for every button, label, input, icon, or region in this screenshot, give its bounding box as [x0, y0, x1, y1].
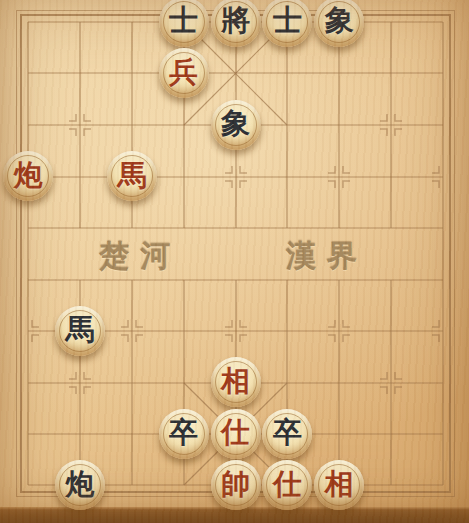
piece-glyph: 炮 [65, 470, 94, 501]
piece-black-horse[interactable]: 馬 [55, 306, 105, 356]
piece-glyph: 相 [221, 367, 250, 398]
piece-red-horse[interactable]: 馬 [107, 151, 157, 201]
piece-glyph: 卒 [169, 418, 198, 449]
piece-glyph: 士 [169, 6, 198, 37]
piece-glyph: 馬 [117, 161, 146, 192]
piece-black-soldier[interactable]: 卒 [262, 409, 312, 459]
piece-red-soldier[interactable]: 兵 [159, 48, 209, 98]
piece-glyph: 仕 [273, 470, 302, 501]
piece-black-elephant[interactable]: 象 [211, 100, 261, 150]
piece-red-advisor[interactable]: 仕 [211, 409, 261, 459]
piece-black-elephant[interactable]: 象 [314, 0, 364, 47]
piece-glyph: 仕 [221, 418, 250, 449]
piece-glyph: 帥 [221, 470, 250, 501]
piece-red-elephant[interactable]: 相 [211, 357, 261, 407]
piece-glyph: 炮 [13, 161, 42, 192]
piece-black-cannon[interactable]: 炮 [55, 460, 105, 510]
piece-glyph: 卒 [273, 418, 302, 449]
xiangqi-app: 楚河 漢界 士將士象兵象炮馬馬相卒仕卒炮帥仕相 [0, 0, 469, 523]
piece-glyph: 馬 [65, 315, 94, 346]
piece-glyph: 相 [325, 470, 354, 501]
pieces-layer: 士將士象兵象炮馬馬相卒仕卒炮帥仕相 [2, 0, 469, 511]
piece-glyph: 象 [221, 109, 250, 140]
piece-glyph: 將 [221, 6, 250, 37]
piece-red-advisor[interactable]: 仕 [262, 460, 312, 510]
piece-black-advisor[interactable]: 士 [159, 0, 209, 47]
piece-glyph: 士 [273, 6, 302, 37]
piece-red-cannon[interactable]: 炮 [3, 151, 53, 201]
piece-red-general[interactable]: 帥 [211, 460, 261, 510]
piece-black-advisor[interactable]: 士 [262, 0, 312, 47]
piece-glyph: 象 [325, 6, 354, 37]
piece-red-elephant[interactable]: 相 [314, 460, 364, 510]
piece-black-soldier[interactable]: 卒 [159, 409, 209, 459]
piece-glyph: 兵 [169, 58, 198, 89]
piece-black-general[interactable]: 將 [211, 0, 261, 47]
